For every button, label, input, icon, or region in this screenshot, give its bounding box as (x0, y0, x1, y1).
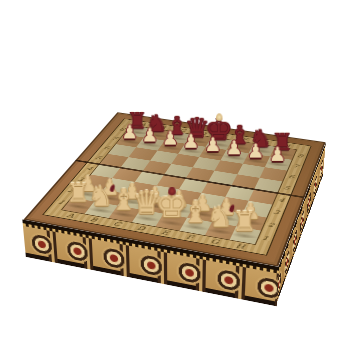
square-e5[interactable] (186, 167, 215, 181)
file-label-front-g: G (209, 238, 220, 245)
file-label-front-b: B (88, 216, 99, 223)
file-label-front-e: E (160, 229, 170, 236)
square-f5[interactable] (208, 171, 237, 186)
file-label-front-c: C (112, 220, 123, 227)
square-g5[interactable] (231, 174, 259, 189)
rank-label-right-2: 2 (266, 222, 275, 229)
rank-label-right-1: 1 (261, 235, 270, 242)
rank-label-right-5: 5 (282, 185, 290, 191)
file-label-front-a: A (65, 212, 76, 219)
photo-background: AABBCCDDEEFFGGHH1122334455667788 ♜♞♝♛♚♝♞… (0, 0, 350, 350)
file-label-front-h: H (235, 242, 246, 250)
chess-box: AABBCCDDEEFFGGHH1122334455667788 ♜♞♝♛♚♝♞… (23, 112, 325, 267)
square-h6[interactable] (259, 167, 287, 181)
file-label-front-f: F (185, 233, 195, 240)
square-h5[interactable] (254, 178, 282, 193)
rank-label-right-6: 6 (287, 174, 295, 180)
scene: AABBCCDDEEFFGGHH1122334455667788 ♜♞♝♛♚♝♞… (0, 0, 350, 350)
rank-label-right-4: 4 (277, 197, 285, 203)
file-label-front-d: D (136, 224, 147, 231)
white-rook-h1[interactable]: ♜ (226, 208, 264, 236)
rank-label-right-3: 3 (272, 209, 280, 215)
